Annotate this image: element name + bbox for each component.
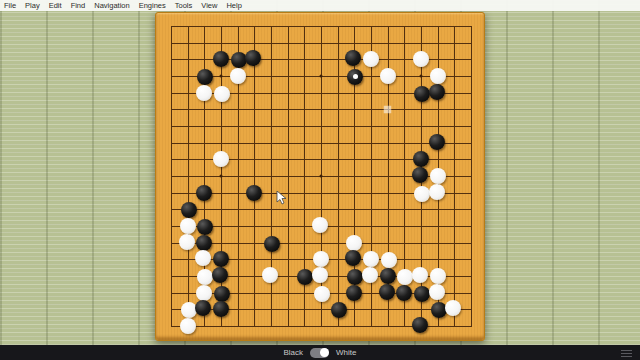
intersection-H13[interactable]	[279, 118, 296, 135]
intersection-S3[interactable]	[446, 284, 463, 301]
intersection-E16[interactable]	[229, 68, 246, 85]
intersection-P5[interactable]	[396, 251, 413, 268]
intersection-L10[interactable]	[329, 168, 346, 185]
intersection-N6[interactable]	[363, 234, 380, 251]
menu-item-navigation[interactable]: Navigation	[94, 1, 129, 10]
intersection-E13[interactable]	[229, 118, 246, 135]
intersection-T15[interactable]	[463, 84, 480, 101]
intersection-E14[interactable]	[229, 101, 246, 118]
intersection-E19[interactable]	[229, 18, 246, 35]
intersection-N10[interactable]	[363, 168, 380, 185]
menu-item-edit[interactable]: Edit	[49, 1, 62, 10]
intersection-G18[interactable]	[263, 34, 280, 51]
intersection-C2[interactable]	[196, 301, 213, 318]
intersection-O3[interactable]	[379, 284, 396, 301]
intersection-O19[interactable]	[379, 18, 396, 35]
intersection-K4[interactable]	[313, 268, 330, 285]
intersection-F12[interactable]	[246, 134, 263, 151]
intersection-N14[interactable]	[363, 101, 380, 118]
intersection-Q17[interactable]	[413, 51, 430, 68]
intersection-T6[interactable]	[463, 234, 480, 251]
intersection-R5[interactable]	[429, 251, 446, 268]
intersection-E1[interactable]	[229, 318, 246, 335]
intersection-S2[interactable]	[446, 301, 463, 318]
intersection-T17[interactable]	[463, 51, 480, 68]
intersection-H14[interactable]	[279, 101, 296, 118]
intersection-R2[interactable]	[429, 301, 446, 318]
intersection-L14[interactable]	[329, 101, 346, 118]
intersection-K15[interactable]	[313, 84, 330, 101]
intersection-H18[interactable]	[279, 34, 296, 51]
intersection-Q2[interactable]	[413, 301, 430, 318]
turn-toggle[interactable]	[310, 348, 329, 358]
intersection-N8[interactable]	[363, 201, 380, 218]
intersection-M6[interactable]	[346, 234, 363, 251]
intersection-C13[interactable]	[196, 118, 213, 135]
intersection-F1[interactable]	[246, 318, 263, 335]
intersection-A6[interactable]	[163, 234, 180, 251]
intersection-A3[interactable]	[163, 284, 180, 301]
intersection-G14[interactable]	[263, 101, 280, 118]
intersection-T12[interactable]	[463, 134, 480, 151]
intersection-L11[interactable]	[329, 151, 346, 168]
intersection-H11[interactable]	[279, 151, 296, 168]
intersection-H12[interactable]	[279, 134, 296, 151]
intersection-R19[interactable]	[429, 18, 446, 35]
intersection-C12[interactable]	[196, 134, 213, 151]
intersection-Q12[interactable]	[413, 134, 430, 151]
intersection-K11[interactable]	[313, 151, 330, 168]
intersection-P10[interactable]	[396, 168, 413, 185]
intersection-T4[interactable]	[463, 268, 480, 285]
intersection-F11[interactable]	[246, 151, 263, 168]
intersection-N12[interactable]	[363, 134, 380, 151]
intersection-S17[interactable]	[446, 51, 463, 68]
intersection-O5[interactable]	[379, 251, 396, 268]
intersection-E8[interactable]	[229, 201, 246, 218]
intersection-A2[interactable]	[163, 301, 180, 318]
intersection-B3[interactable]	[179, 284, 196, 301]
intersection-M2[interactable]	[346, 301, 363, 318]
intersection-S12[interactable]	[446, 134, 463, 151]
intersection-K6[interactable]	[313, 234, 330, 251]
intersection-C10[interactable]	[196, 168, 213, 185]
intersection-S19[interactable]	[446, 18, 463, 35]
intersection-C16[interactable]	[196, 68, 213, 85]
intersection-H6[interactable]	[279, 234, 296, 251]
intersection-Q6[interactable]	[413, 234, 430, 251]
intersection-K10[interactable]	[313, 168, 330, 185]
intersection-K5[interactable]	[313, 251, 330, 268]
intersection-J1[interactable]	[296, 318, 313, 335]
intersection-F2[interactable]	[246, 301, 263, 318]
intersection-R9[interactable]	[429, 184, 446, 201]
menu-item-file[interactable]: File	[4, 1, 16, 10]
intersection-P1[interactable]	[396, 318, 413, 335]
intersection-B8[interactable]	[179, 201, 196, 218]
intersection-G2[interactable]	[263, 301, 280, 318]
intersection-R15[interactable]	[429, 84, 446, 101]
intersection-K1[interactable]	[313, 318, 330, 335]
intersection-K14[interactable]	[313, 101, 330, 118]
intersection-C9[interactable]	[196, 184, 213, 201]
intersection-L4[interactable]	[329, 268, 346, 285]
intersection-E4[interactable]	[229, 268, 246, 285]
intersection-R12[interactable]	[429, 134, 446, 151]
intersection-T19[interactable]	[463, 18, 480, 35]
intersection-B14[interactable]	[179, 101, 196, 118]
intersection-K8[interactable]	[313, 201, 330, 218]
intersection-M16[interactable]	[346, 68, 363, 85]
intersection-S9[interactable]	[446, 184, 463, 201]
intersection-F18[interactable]	[246, 34, 263, 51]
intersection-A4[interactable]	[163, 268, 180, 285]
intersection-C15[interactable]	[196, 84, 213, 101]
intersection-P19[interactable]	[396, 18, 413, 35]
intersection-H16[interactable]	[279, 68, 296, 85]
intersection-Q8[interactable]	[413, 201, 430, 218]
intersection-M19[interactable]	[346, 18, 363, 35]
intersection-B4[interactable]	[179, 268, 196, 285]
intersection-D4[interactable]	[213, 268, 230, 285]
intersection-D19[interactable]	[213, 18, 230, 35]
intersection-S1[interactable]	[446, 318, 463, 335]
intersection-Q16[interactable]	[413, 68, 430, 85]
intersection-O10[interactable]	[379, 168, 396, 185]
intersection-P3[interactable]	[396, 284, 413, 301]
intersection-G13[interactable]	[263, 118, 280, 135]
intersection-B15[interactable]	[179, 84, 196, 101]
intersection-B2[interactable]	[179, 301, 196, 318]
intersection-T7[interactable]	[463, 218, 480, 235]
intersection-G12[interactable]	[263, 134, 280, 151]
intersection-C3[interactable]	[196, 284, 213, 301]
intersection-M3[interactable]	[346, 284, 363, 301]
intersection-O12[interactable]	[379, 134, 396, 151]
intersection-G6[interactable]	[263, 234, 280, 251]
intersection-F19[interactable]	[246, 18, 263, 35]
intersection-D1[interactable]	[213, 318, 230, 335]
intersection-L5[interactable]	[329, 251, 346, 268]
intersection-P6[interactable]	[396, 234, 413, 251]
menu-item-play[interactable]: Play	[25, 1, 40, 10]
intersection-J10[interactable]	[296, 168, 313, 185]
intersection-O11[interactable]	[379, 151, 396, 168]
intersection-B5[interactable]	[179, 251, 196, 268]
intersection-A8[interactable]	[163, 201, 180, 218]
intersection-R11[interactable]	[429, 151, 446, 168]
intersection-P15[interactable]	[396, 84, 413, 101]
intersection-N2[interactable]	[363, 301, 380, 318]
intersection-O17[interactable]	[379, 51, 396, 68]
intersection-E3[interactable]	[229, 284, 246, 301]
intersection-H1[interactable]	[279, 318, 296, 335]
intersection-J3[interactable]	[296, 284, 313, 301]
intersection-J11[interactable]	[296, 151, 313, 168]
intersection-J2[interactable]	[296, 301, 313, 318]
intersection-K2[interactable]	[313, 301, 330, 318]
intersection-K7[interactable]	[313, 218, 330, 235]
intersection-M10[interactable]	[346, 168, 363, 185]
intersection-G9[interactable]	[263, 184, 280, 201]
intersection-T10[interactable]	[463, 168, 480, 185]
intersection-K17[interactable]	[313, 51, 330, 68]
intersection-T2[interactable]	[463, 301, 480, 318]
intersection-C17[interactable]	[196, 51, 213, 68]
intersection-J7[interactable]	[296, 218, 313, 235]
intersection-R7[interactable]	[429, 218, 446, 235]
intersection-C19[interactable]	[196, 18, 213, 35]
intersection-A19[interactable]	[163, 18, 180, 35]
intersection-G1[interactable]	[263, 318, 280, 335]
intersection-B9[interactable]	[179, 184, 196, 201]
intersection-A14[interactable]	[163, 101, 180, 118]
intersection-Q15[interactable]	[413, 84, 430, 101]
intersection-P8[interactable]	[396, 201, 413, 218]
intersection-S16[interactable]	[446, 68, 463, 85]
intersection-H15[interactable]	[279, 84, 296, 101]
intersection-J4[interactable]	[296, 268, 313, 285]
intersection-L9[interactable]	[329, 184, 346, 201]
intersection-E2[interactable]	[229, 301, 246, 318]
intersection-G7[interactable]	[263, 218, 280, 235]
intersection-H9[interactable]	[279, 184, 296, 201]
intersection-M9[interactable]	[346, 184, 363, 201]
intersection-L8[interactable]	[329, 201, 346, 218]
intersection-M18[interactable]	[346, 34, 363, 51]
intersection-D12[interactable]	[213, 134, 230, 151]
intersection-P4[interactable]	[396, 268, 413, 285]
intersection-K9[interactable]	[313, 184, 330, 201]
intersection-P9[interactable]	[396, 184, 413, 201]
intersection-T11[interactable]	[463, 151, 480, 168]
intersection-N7[interactable]	[363, 218, 380, 235]
intersection-R4[interactable]	[429, 268, 446, 285]
intersection-F16[interactable]	[246, 68, 263, 85]
intersection-M5[interactable]	[346, 251, 363, 268]
intersection-Q3[interactable]	[413, 284, 430, 301]
intersection-R8[interactable]	[429, 201, 446, 218]
intersection-F17[interactable]	[246, 51, 263, 68]
intersection-A18[interactable]	[163, 34, 180, 51]
menu-item-help[interactable]: Help	[226, 1, 241, 10]
intersection-S6[interactable]	[446, 234, 463, 251]
intersection-L3[interactable]	[329, 284, 346, 301]
intersection-Q13[interactable]	[413, 118, 430, 135]
intersection-D18[interactable]	[213, 34, 230, 51]
intersection-M7[interactable]	[346, 218, 363, 235]
intersection-P18[interactable]	[396, 34, 413, 51]
intersection-A11[interactable]	[163, 151, 180, 168]
intersection-S15[interactable]	[446, 84, 463, 101]
intersection-K18[interactable]	[313, 34, 330, 51]
intersection-C8[interactable]	[196, 201, 213, 218]
intersection-O9[interactable]	[379, 184, 396, 201]
intersection-M1[interactable]	[346, 318, 363, 335]
intersection-R3[interactable]	[429, 284, 446, 301]
intersection-E15[interactable]	[229, 84, 246, 101]
intersection-F15[interactable]	[246, 84, 263, 101]
intersection-L18[interactable]	[329, 34, 346, 51]
intersection-C11[interactable]	[196, 151, 213, 168]
menu-item-view[interactable]: View	[201, 1, 217, 10]
intersection-J12[interactable]	[296, 134, 313, 151]
intersection-F9[interactable]	[246, 184, 263, 201]
intersection-O7[interactable]	[379, 218, 396, 235]
intersection-G5[interactable]	[263, 251, 280, 268]
intersection-M15[interactable]	[346, 84, 363, 101]
intersection-M13[interactable]	[346, 118, 363, 135]
intersection-J18[interactable]	[296, 34, 313, 51]
intersection-Q14[interactable]	[413, 101, 430, 118]
intersection-J15[interactable]	[296, 84, 313, 101]
intersection-E12[interactable]	[229, 134, 246, 151]
intersection-L17[interactable]	[329, 51, 346, 68]
intersection-D11[interactable]	[213, 151, 230, 168]
intersection-Q5[interactable]	[413, 251, 430, 268]
intersection-S14[interactable]	[446, 101, 463, 118]
intersection-P2[interactable]	[396, 301, 413, 318]
intersection-D15[interactable]	[213, 84, 230, 101]
intersection-Q9[interactable]	[413, 184, 430, 201]
intersection-F8[interactable]	[246, 201, 263, 218]
intersection-B1[interactable]	[179, 318, 196, 335]
intersection-O15[interactable]	[379, 84, 396, 101]
intersection-C5[interactable]	[196, 251, 213, 268]
intersection-R13[interactable]	[429, 118, 446, 135]
intersection-R1[interactable]	[429, 318, 446, 335]
intersection-S13[interactable]	[446, 118, 463, 135]
intersection-N15[interactable]	[363, 84, 380, 101]
intersection-B18[interactable]	[179, 34, 196, 51]
intersection-N19[interactable]	[363, 18, 380, 35]
intersection-F14[interactable]	[246, 101, 263, 118]
intersection-O1[interactable]	[379, 318, 396, 335]
intersection-C6[interactable]	[196, 234, 213, 251]
intersection-H4[interactable]	[279, 268, 296, 285]
intersection-D17[interactable]	[213, 51, 230, 68]
intersection-C1[interactable]	[196, 318, 213, 335]
intersection-M17[interactable]	[346, 51, 363, 68]
intersection-B19[interactable]	[179, 18, 196, 35]
intersection-L2[interactable]	[329, 301, 346, 318]
intersection-B11[interactable]	[179, 151, 196, 168]
intersection-G11[interactable]	[263, 151, 280, 168]
intersection-A10[interactable]	[163, 168, 180, 185]
intersection-O18[interactable]	[379, 34, 396, 51]
intersection-R17[interactable]	[429, 51, 446, 68]
intersection-G17[interactable]	[263, 51, 280, 68]
intersection-H8[interactable]	[279, 201, 296, 218]
intersection-S8[interactable]	[446, 201, 463, 218]
go-board[interactable]	[155, 12, 485, 341]
intersection-A7[interactable]	[163, 218, 180, 235]
intersection-P12[interactable]	[396, 134, 413, 151]
intersection-J8[interactable]	[296, 201, 313, 218]
intersection-L15[interactable]	[329, 84, 346, 101]
intersection-O4[interactable]	[379, 268, 396, 285]
menu-item-find[interactable]: Find	[71, 1, 86, 10]
intersection-M4[interactable]	[346, 268, 363, 285]
intersection-J19[interactable]	[296, 18, 313, 35]
intersection-B6[interactable]	[179, 234, 196, 251]
intersection-K13[interactable]	[313, 118, 330, 135]
intersection-J14[interactable]	[296, 101, 313, 118]
intersection-A13[interactable]	[163, 118, 180, 135]
intersection-N5[interactable]	[363, 251, 380, 268]
intersection-N11[interactable]	[363, 151, 380, 168]
intersection-B17[interactable]	[179, 51, 196, 68]
intersection-O13[interactable]	[379, 118, 396, 135]
intersection-D6[interactable]	[213, 234, 230, 251]
intersection-L19[interactable]	[329, 18, 346, 35]
intersection-A1[interactable]	[163, 318, 180, 335]
intersection-T9[interactable]	[463, 184, 480, 201]
intersection-L12[interactable]	[329, 134, 346, 151]
intersection-B7[interactable]	[179, 218, 196, 235]
intersection-H17[interactable]	[279, 51, 296, 68]
intersection-Q18[interactable]	[413, 34, 430, 51]
intersection-H10[interactable]	[279, 168, 296, 185]
intersection-H7[interactable]	[279, 218, 296, 235]
intersection-F5[interactable]	[246, 251, 263, 268]
intersection-T16[interactable]	[463, 68, 480, 85]
intersection-G3[interactable]	[263, 284, 280, 301]
intersection-T5[interactable]	[463, 251, 480, 268]
intersection-S10[interactable]	[446, 168, 463, 185]
intersection-J5[interactable]	[296, 251, 313, 268]
intersection-M12[interactable]	[346, 134, 363, 151]
intersection-S4[interactable]	[446, 268, 463, 285]
intersection-D2[interactable]	[213, 301, 230, 318]
intersection-E5[interactable]	[229, 251, 246, 268]
intersection-C18[interactable]	[196, 34, 213, 51]
intersection-P17[interactable]	[396, 51, 413, 68]
intersection-J13[interactable]	[296, 118, 313, 135]
intersection-B12[interactable]	[179, 134, 196, 151]
intersection-S11[interactable]	[446, 151, 463, 168]
intersection-B16[interactable]	[179, 68, 196, 85]
board-intersections[interactable]	[163, 18, 480, 335]
intersection-N13[interactable]	[363, 118, 380, 135]
intersection-K12[interactable]	[313, 134, 330, 151]
intersection-L7[interactable]	[329, 218, 346, 235]
intersection-R16[interactable]	[429, 68, 446, 85]
intersection-Q1[interactable]	[413, 318, 430, 335]
intersection-Q19[interactable]	[413, 18, 430, 35]
intersection-P11[interactable]	[396, 151, 413, 168]
intersection-J9[interactable]	[296, 184, 313, 201]
intersection-P14[interactable]	[396, 101, 413, 118]
intersection-K3[interactable]	[313, 284, 330, 301]
intersection-D7[interactable]	[213, 218, 230, 235]
intersection-D13[interactable]	[213, 118, 230, 135]
intersection-D14[interactable]	[213, 101, 230, 118]
intersection-C14[interactable]	[196, 101, 213, 118]
intersection-O16[interactable]	[379, 68, 396, 85]
intersection-D8[interactable]	[213, 201, 230, 218]
intersection-C7[interactable]	[196, 218, 213, 235]
intersection-L6[interactable]	[329, 234, 346, 251]
intersection-O14[interactable]	[379, 101, 396, 118]
intersection-N1[interactable]	[363, 318, 380, 335]
intersection-M14[interactable]	[346, 101, 363, 118]
intersection-H19[interactable]	[279, 18, 296, 35]
intersection-C4[interactable]	[196, 268, 213, 285]
intersection-D9[interactable]	[213, 184, 230, 201]
intersection-G15[interactable]	[263, 84, 280, 101]
menu-item-engines[interactable]: Engines	[139, 1, 166, 10]
